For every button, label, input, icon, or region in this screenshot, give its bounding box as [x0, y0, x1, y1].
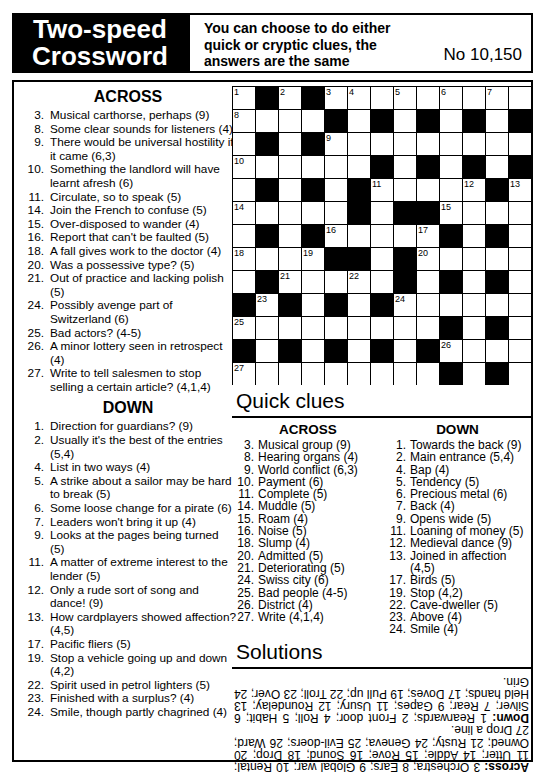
quick-down-heading: DOWN	[384, 422, 531, 437]
grid-cell-r3c9[interactable]	[417, 133, 439, 155]
clue-number-label: 4	[349, 87, 354, 97]
grid-cell-r9c4[interactable]	[302, 271, 324, 293]
grid-cell-r8c6-block	[348, 248, 370, 270]
grid-cell-r2c1[interactable]: 8	[233, 110, 255, 132]
clue-number: 27.	[232, 611, 254, 623]
clue-number-label: 13	[510, 179, 520, 189]
grid-cell-r2c13-block	[509, 110, 531, 132]
grid-cell-r13c6[interactable]	[348, 363, 370, 385]
grid-cell-r5c1[interactable]	[233, 179, 255, 201]
grid-cell-r12c13[interactable]	[509, 340, 531, 362]
grid-cell-r1c6[interactable]: 4	[348, 87, 370, 109]
grid-cell-r9c3[interactable]: 21	[279, 271, 301, 293]
cryptic-across-clue: 9.There would be universal hostility if …	[20, 136, 236, 163]
grid-cell-r11c2[interactable]	[256, 317, 278, 339]
quick-down-list: 1.Towards the back (9)2.Main entrance (5…	[384, 439, 531, 636]
clue-text: Something the landlord will have learnt …	[50, 163, 236, 190]
grid-cell-r11c5[interactable]	[325, 317, 347, 339]
grid-cell-r4c6[interactable]	[348, 156, 370, 178]
grid-cell-r13c13[interactable]	[509, 363, 531, 385]
grid-cell-r8c2[interactable]	[256, 248, 278, 270]
quick-across-column: ACROSS 3.Musical group (9)8.Hearing orga…	[232, 421, 384, 636]
grid-cell-r13c7[interactable]	[371, 363, 393, 385]
grid-cell-r10c10[interactable]	[440, 294, 462, 316]
grid-cell-r10c13[interactable]	[509, 294, 531, 316]
grid-cell-r4c12[interactable]	[486, 156, 508, 178]
grid-cell-r9c2-block	[256, 271, 278, 293]
clue-number-label: 7	[487, 87, 492, 97]
grid-cell-r12c11[interactable]	[463, 340, 485, 362]
grid-cell-r13c2[interactable]	[256, 363, 278, 385]
grid-cell-r8c11[interactable]	[463, 248, 485, 270]
grid-cell-r4c11-block	[463, 156, 485, 178]
solutions-title: Solutions	[236, 640, 531, 664]
grid-cell-r5c4-block	[302, 179, 324, 201]
grid-cell-r7c5[interactable]: 16	[325, 225, 347, 247]
clue-number-label: 10	[234, 156, 244, 166]
clue-text: Leaders won't bring it up (4)	[50, 516, 236, 530]
clue-number-label: 17	[418, 225, 428, 235]
solutions-rule	[232, 667, 531, 669]
grid-cell-r9c9[interactable]	[417, 271, 439, 293]
quick-across-heading: ACROSS	[232, 422, 384, 437]
clue-number-label: 3	[326, 87, 331, 97]
clue-number: 10.	[20, 163, 44, 190]
clue-text: Spirit used in petrol lighters (5)	[50, 679, 236, 693]
grid-cell-r9c7[interactable]	[371, 271, 393, 293]
clue-text: Smile, though partly chagrined (4)	[50, 706, 236, 720]
clue-text: Bad actors? (4-5)	[50, 327, 236, 341]
clue-number: 2.	[384, 451, 406, 463]
grid-cell-r3c2-block	[256, 133, 278, 155]
clue-text: Musical carthorse, perhaps (9)	[50, 109, 236, 123]
grid-cell-r1c2-block	[256, 87, 278, 109]
clue-number: 1.	[20, 420, 44, 434]
cryptic-down-clue: 1.Direction for guardians? (9)	[20, 420, 236, 434]
clue-text: Stop (4,2)	[410, 587, 531, 599]
quick-across-clue: 8.Hearing organs (4)	[232, 451, 384, 463]
clue-text: Out of practice and lacking polish (5)	[50, 272, 236, 299]
clue-number: 20.	[20, 259, 44, 273]
right-column: 1234567891011121314151617181920212223242…	[232, 86, 531, 772]
grid-cell-r12c10[interactable]: 26	[440, 340, 462, 362]
grid-cell-r6c8-block	[394, 202, 416, 224]
quick-clues-rule	[232, 416, 531, 418]
grid-cell-r8c8-block	[394, 248, 416, 270]
clue-number-label: 2	[280, 87, 285, 97]
clue-number: 2.	[20, 434, 44, 461]
cryptic-across-clue: 3.Musical carthorse, perhaps (9)	[20, 109, 236, 123]
masthead-line1: Two-speed	[12, 16, 188, 43]
cryptic-across-clue: 27.Write to tell salesmen to stop sellin…	[20, 367, 236, 394]
grid-cell-r11c13[interactable]	[509, 317, 531, 339]
grid-cell-r7c1[interactable]	[233, 225, 255, 247]
grid-cell-r11c6[interactable]	[348, 317, 370, 339]
grid-cell-r2c10[interactable]	[440, 110, 462, 132]
cryptic-across-clue: 24.Possibly avenge part of Switzerland (…	[20, 299, 236, 326]
grid-cell-r12c4[interactable]	[302, 340, 324, 362]
clue-number: 8.	[232, 451, 254, 463]
grid-cell-r9c11[interactable]	[463, 271, 485, 293]
clue-number: 15.	[20, 218, 44, 232]
grid-cell-r1c11[interactable]	[463, 87, 485, 109]
grid-cell-r7c2-block	[256, 225, 278, 247]
clue-number: 9.	[20, 136, 44, 163]
clue-number-label: 24	[395, 294, 405, 304]
clue-number: 13.	[384, 550, 406, 575]
grid-cell-r2c5-block	[325, 110, 347, 132]
clue-number-label: 26	[441, 340, 451, 350]
grid-cell-r11c8[interactable]	[394, 317, 416, 339]
clue-number: 12.	[20, 584, 44, 611]
grid-cell-r5c7[interactable]: 11	[371, 179, 393, 201]
page: Two-speed Crossword You can choose to do…	[0, 0, 545, 777]
grid-cell-r5c12-block	[486, 179, 508, 201]
grid-cell-r12c5-block	[325, 340, 347, 362]
clue-text: A fall gives work to the doctor (4)	[50, 245, 236, 259]
clue-text: Possibly avenge part of Switzerland (6)	[50, 299, 236, 326]
grid-cell-r6c10[interactable]: 15	[440, 202, 462, 224]
quick-clues-title: Quick clues	[236, 389, 531, 413]
clue-number: 6.	[20, 502, 44, 516]
grid-cell-r5c5[interactable]	[325, 179, 347, 201]
grid-cell-r2c8[interactable]	[394, 110, 416, 132]
grid-cell-r13c4[interactable]	[302, 363, 324, 385]
grid-cell-r1c7[interactable]	[371, 87, 393, 109]
clue-number: 4.	[20, 461, 44, 475]
clue-number: 19.	[20, 652, 44, 679]
grid-cell-r5c9[interactable]	[417, 179, 439, 201]
clue-number: 14.	[20, 204, 44, 218]
grid-cell-r13c11[interactable]	[463, 363, 485, 385]
grid-cell-r10c12[interactable]	[486, 294, 508, 316]
cryptic-down-clue: 24.Smile, though partly chagrined (4)	[20, 706, 236, 720]
quick-across-clue: 25.Bad people (4-5)	[232, 587, 384, 599]
grid-cell-r3c5[interactable]: 9	[325, 133, 347, 155]
grid-cell-r4c9-block	[417, 156, 439, 178]
clue-text: Birds (5)	[410, 574, 531, 586]
grid-cell-r1c3[interactable]: 2	[279, 87, 301, 109]
grid-cell-r6c7[interactable]	[371, 202, 393, 224]
grid-cell-r6c6-block	[348, 202, 370, 224]
grid-cell-r13c5[interactable]	[325, 363, 347, 385]
clue-number-label: 6	[441, 87, 446, 97]
grid-cell-r11c4[interactable]	[302, 317, 324, 339]
grid-cell-r12c12[interactable]	[486, 340, 508, 362]
grid-cell-r4c4[interactable]	[302, 156, 324, 178]
clue-number-label: 27	[234, 363, 244, 373]
clue-text: Write (4,1,4)	[258, 611, 384, 623]
grid-cell-r10c6[interactable]	[348, 294, 370, 316]
grid-cell-r7c3[interactable]	[279, 225, 301, 247]
grid-cell-r3c13[interactable]	[509, 133, 531, 155]
clue-text: Medieval dance (9)	[410, 537, 531, 549]
grid-cell-r6c4[interactable]	[302, 202, 324, 224]
cryptic-across-clue: 26.A minor lottery seen in retrospect (4…	[20, 340, 236, 367]
clue-text: How cardplayers showed affection? (4,5)	[50, 611, 236, 638]
grid-cell-r1c12[interactable]: 7	[486, 87, 508, 109]
grid-cell-r3c7[interactable]	[371, 133, 393, 155]
grid-cell-r8c5-block	[325, 248, 347, 270]
grid-cell-r11c1[interactable]: 25	[233, 317, 255, 339]
clue-number-label: 9	[326, 133, 331, 143]
clue-text: Report that can't be faulted (5)	[50, 231, 236, 245]
grid-cell-r12c8[interactable]	[394, 340, 416, 362]
quick-down-clue: 13.Joined in affection (4,5)	[384, 550, 531, 575]
cryptic-across-clue: 20.Was a possessive type? (5)	[20, 259, 236, 273]
grid-cell-r3c8[interactable]	[394, 133, 416, 155]
grid-cell-r6c11[interactable]	[463, 202, 485, 224]
clue-number-label: 19	[303, 248, 313, 258]
quick-down-clue: 17.Birds (5)	[384, 574, 531, 586]
grid-cell-r11c3[interactable]	[279, 317, 301, 339]
grid-cell-r3c11[interactable]	[463, 133, 485, 155]
solutions-across-label: Across:	[484, 759, 529, 773]
grid-cell-r6c12[interactable]	[486, 202, 508, 224]
grid-cell-r6c3[interactable]	[279, 202, 301, 224]
grid-cell-r2c11-block	[463, 110, 485, 132]
grid-cell-r8c13[interactable]	[509, 248, 531, 270]
clue-number: 27.	[20, 367, 44, 394]
clue-text: Usually it's the best of the entries (5,…	[50, 434, 236, 461]
cryptic-down-clue: 11.A matter of extreme interest to the l…	[20, 556, 236, 583]
clue-number-label: 1	[234, 87, 239, 97]
grid-cell-r12c7-block	[371, 340, 393, 362]
grid-cell-r1c13[interactable]	[509, 87, 531, 109]
grid-cell-r7c6[interactable]	[348, 225, 370, 247]
clue-text: Over-disposed to wander (4)	[50, 218, 236, 232]
grid-cell-r7c10-block	[440, 225, 462, 247]
grid-cell-r5c13[interactable]: 13	[509, 179, 531, 201]
grid-cell-r1c9[interactable]	[417, 87, 439, 109]
clue-number: 17.	[20, 638, 44, 652]
grid-cell-r8c3[interactable]	[279, 248, 301, 270]
grid-cell-r10c2[interactable]: 23	[256, 294, 278, 316]
clue-number: 11.	[20, 191, 44, 205]
grid-cell-r13c3[interactable]	[279, 363, 301, 385]
grid-cell-r13c9[interactable]	[417, 363, 439, 385]
clue-text: Bad people (4-5)	[258, 587, 384, 599]
clue-number: 7.	[20, 516, 44, 530]
cryptic-down-heading: DOWN	[20, 399, 236, 417]
grid-cell-r10c11[interactable]	[463, 294, 485, 316]
grid-cell-r3c4-block	[302, 133, 324, 155]
quick-down-clue: 12.Medieval dance (9)	[384, 537, 531, 549]
clue-number: 21.	[20, 272, 44, 299]
grid-cell-r1c10[interactable]: 6	[440, 87, 462, 109]
cryptic-down-clue: 12.Only a rude sort of song and dance! (…	[20, 584, 236, 611]
grid-cell-r10c4[interactable]	[302, 294, 324, 316]
grid-cell-r7c13[interactable]	[509, 225, 531, 247]
grid-cell-r1c5[interactable]: 3	[325, 87, 347, 109]
grid-cell-r9c6[interactable]: 22	[348, 271, 370, 293]
cryptic-across-clue: 25.Bad actors? (4-5)	[20, 327, 236, 341]
puzzle-box: ACROSS 3.Musical carthorse, perhaps (9)8…	[12, 80, 533, 762]
clue-text: Swiss city (6)	[258, 574, 384, 586]
grid-cell-r12c9-block	[417, 340, 439, 362]
cryptic-across-clue: 15.Over-disposed to wander (4)	[20, 218, 236, 232]
grid-cell-r3c1[interactable]	[233, 133, 255, 155]
quick-across-clue: 24.Swiss city (6)	[232, 574, 384, 586]
grid-cell-r7c11[interactable]	[463, 225, 485, 247]
grid-cell-r5c10[interactable]	[440, 179, 462, 201]
grid-cell-r8c4[interactable]: 19	[302, 248, 324, 270]
grid-cell-r2c3[interactable]	[279, 110, 301, 132]
clue-number: 26.	[20, 340, 44, 367]
clue-text: Back (4)	[410, 500, 531, 512]
grid-cell-r6c1[interactable]: 14	[233, 202, 255, 224]
grid-cell-r5c3[interactable]	[279, 179, 301, 201]
grid-cell-r1c1[interactable]: 1	[233, 87, 255, 109]
clue-number: 11.	[20, 556, 44, 583]
quick-down-clue: 19.Stop (4,2)	[384, 587, 531, 599]
grid-cell-r1c8[interactable]: 5	[394, 87, 416, 109]
grid-cell-r8c10[interactable]	[440, 248, 462, 270]
grid-cell-r4c10[interactable]	[440, 156, 462, 178]
grid-cell-r12c3-block	[279, 340, 301, 362]
grid-cell-r13c8[interactable]	[394, 363, 416, 385]
grid-cell-r13c10-block	[440, 363, 462, 385]
grid-cell-r4c2[interactable]	[256, 156, 278, 178]
grid-cell-r6c13[interactable]	[509, 202, 531, 224]
grid-cell-r7c9[interactable]: 17	[417, 225, 439, 247]
clue-number-label: 5	[395, 87, 400, 97]
grid-cell-r9c5[interactable]	[325, 271, 347, 293]
clue-text: Finished with a surplus? (4)	[50, 692, 236, 706]
clue-number-label: 18	[234, 248, 244, 258]
grid-cell-r4c5[interactable]	[325, 156, 347, 178]
grid-cell-r9c10-block	[440, 271, 462, 293]
grid-cell-r10c1-block	[233, 294, 255, 316]
grid-cell-r6c5[interactable]	[325, 202, 347, 224]
grid-cell-r4c3[interactable]	[279, 156, 301, 178]
grid-cell-r10c3-block	[279, 294, 301, 316]
grid-cell-r9c13[interactable]	[509, 271, 531, 293]
grid-cell-r10c9[interactable]	[417, 294, 439, 316]
cryptic-down-clue: 6.Some loose change for a pirate (6)	[20, 502, 236, 516]
grid-cell-r2c6[interactable]	[348, 110, 370, 132]
quick-down-column: DOWN 1.Towards the back (9)2.Main entran…	[384, 421, 531, 636]
grid-cell-r11c11[interactable]	[463, 317, 485, 339]
grid-cell-r3c6[interactable]	[348, 133, 370, 155]
clue-text: Some loose change for a pirate (6)	[50, 502, 236, 516]
solutions-text: Across: 3 Orchestra; 8 Ears; 9 Global wa…	[232, 675, 531, 773]
clue-text: Join the French to confuse (5)	[50, 204, 236, 218]
grid-cell-r7c8[interactable]	[394, 225, 416, 247]
quick-across-clue: 14.Muddle (5)	[232, 500, 384, 512]
grid-cell-r8c7[interactable]	[371, 248, 393, 270]
grid-cell-r8c1[interactable]: 18	[233, 248, 255, 270]
cryptic-down-clue: 13.How cardplayers showed affection? (4,…	[20, 611, 236, 638]
clue-number: 5.	[20, 475, 44, 502]
solutions-down: Down: 1 Rearwards; 2 Front door; 4 Roll;…	[234, 675, 529, 724]
grid-cell-r9c1[interactable]	[233, 271, 255, 293]
clue-text: Hearing organs (4)	[258, 451, 384, 463]
grid-cell-r8c9[interactable]: 20	[417, 248, 439, 270]
grid-cell-r5c11[interactable]: 12	[463, 179, 485, 201]
grid-cell-r12c2[interactable]	[256, 340, 278, 362]
clue-number-label: 21	[280, 271, 290, 281]
grid-cell-r2c7-block	[371, 110, 393, 132]
clue-number: 24.	[384, 623, 406, 635]
clue-number: 18.	[20, 245, 44, 259]
grid-cell-r9c8-block	[394, 271, 416, 293]
quick-clues-columns: ACROSS 3.Musical group (9)8.Hearing orga…	[232, 421, 531, 636]
quick-across-clue: 15.Roam (4)	[232, 513, 384, 525]
clue-text: A minor lottery seen in retrospect (4)	[50, 340, 236, 367]
clue-text: Stop a vehicle going up and down (4,2)	[50, 652, 236, 679]
grid-cell-r11c12-block	[486, 317, 508, 339]
clue-number-label: 14	[234, 202, 244, 212]
grid-cell-r7c4-block	[302, 225, 324, 247]
clue-number: 23.	[20, 692, 44, 706]
grid-cell-r7c7[interactable]	[371, 225, 393, 247]
grid-cell-r2c9-block	[417, 110, 439, 132]
grid-cell-r10c7-block	[371, 294, 393, 316]
grid-cell-r2c2[interactable]	[256, 110, 278, 132]
grid-cell-r8c12[interactable]	[486, 248, 508, 270]
clue-text: Only a rude sort of song and dance! (9)	[50, 584, 236, 611]
grid-cell-r3c12[interactable]	[486, 133, 508, 155]
clue-number: 19.	[384, 587, 406, 599]
grid-cell-r2c12[interactable]	[486, 110, 508, 132]
cryptic-across-clue: 21.Out of practice and lacking polish (5…	[20, 272, 236, 299]
clue-number: 16.	[20, 231, 44, 245]
clue-text: Main entrance (5,4)	[410, 451, 531, 463]
solutions-across: Across: 3 Orchestra; 8 Ears; 9 Global wa…	[234, 724, 529, 773]
puzzle-number: No 10,150	[444, 45, 522, 65]
grid-cell-r2c4[interactable]	[302, 110, 324, 132]
quick-down-clue: 2.Main entrance (5,4)	[384, 451, 531, 463]
clue-number-label: 12	[464, 179, 474, 189]
grid-cell-r4c8[interactable]	[394, 156, 416, 178]
clue-number-label: 8	[234, 110, 239, 120]
cryptic-down-clue: 19.Stop a vehicle going up and down (4,2…	[20, 652, 236, 679]
grid-cell-r3c10[interactable]	[440, 133, 462, 155]
grid-cell-r5c2-block	[256, 179, 278, 201]
grid-cell-r4c13-block	[509, 156, 531, 178]
clue-text: Some clear sounds for listeners (4)	[50, 123, 236, 137]
cryptic-down-clue: 2.Usually it's the best of the entries (…	[20, 434, 236, 461]
clue-number: 25.	[20, 327, 44, 341]
grid-cell-r4c1[interactable]: 10	[233, 156, 255, 178]
clue-text: A strike about a sailor may be hard to b…	[50, 475, 236, 502]
clue-number: 17.	[384, 574, 406, 586]
grid-cell-r12c6[interactable]	[348, 340, 370, 362]
tagline: You can choose to do either quick or cry…	[204, 20, 409, 70]
clue-text: Smile (4)	[410, 623, 531, 635]
header-info-box: You can choose to do either quick or cry…	[188, 13, 533, 73]
cryptic-down-list: 1.Direction for guardians? (9)2.Usually …	[20, 420, 236, 719]
grid-cell-r3c3[interactable]	[279, 133, 301, 155]
clue-number: 7.	[384, 500, 406, 512]
clue-text: Joined in affection (4,5)	[410, 550, 531, 575]
clue-number-label: 23	[257, 294, 267, 304]
cryptic-down-clue: 22.Spirit used in petrol lighters (5)	[20, 679, 236, 693]
grid-cell-r13c1[interactable]: 27	[233, 363, 255, 385]
grid-cell-r5c8[interactable]	[394, 179, 416, 201]
grid-cell-r13c12-block	[486, 363, 508, 385]
cryptic-down-clue: 17.Pacific fliers (5)	[20, 638, 236, 652]
grid-cell-r11c7[interactable]	[371, 317, 393, 339]
grid-cell-r6c2[interactable]	[256, 202, 278, 224]
grid-cell-r11c9[interactable]	[417, 317, 439, 339]
grid-cell-r10c8[interactable]: 24	[394, 294, 416, 316]
cryptic-down-clue: 5.A strike about a sailor may be hard to…	[20, 475, 236, 502]
clue-text: Slump (4)	[258, 537, 384, 549]
clue-number: 8.	[20, 123, 44, 137]
clue-text: Direction for guardians? (9)	[50, 420, 236, 434]
